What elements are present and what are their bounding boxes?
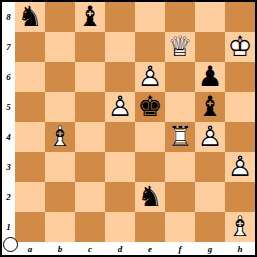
square-g1[interactable] <box>195 212 225 242</box>
square-g5[interactable]: ♝ <box>195 92 225 122</box>
piece-white-pawn[interactable]: ♟♙ <box>225 152 255 182</box>
square-e2[interactable]: ♞ <box>135 182 165 212</box>
file-label-b: b <box>45 242 75 255</box>
square-c5[interactable] <box>75 92 105 122</box>
rank-labels: 87654321 <box>2 2 15 242</box>
piece-black-knight[interactable]: ♞ <box>135 182 165 212</box>
piece-black-knight[interactable]: ♞ <box>15 2 45 32</box>
square-d7[interactable] <box>105 32 135 62</box>
square-f3[interactable] <box>165 152 195 182</box>
piece-white-king[interactable]: ♚♔ <box>225 32 255 62</box>
square-e5[interactable]: ♚ <box>135 92 165 122</box>
diagram-layout: 87654321 ♞♝♛♕♚♔♟♙♟♟♙♚♝♝♗♜♖♟♙♟♙♞♝♗ abcdef… <box>2 2 255 255</box>
piece-white-pawn[interactable]: ♟♙ <box>105 92 135 122</box>
square-f7[interactable]: ♛♕ <box>165 32 195 62</box>
square-h5[interactable] <box>225 92 255 122</box>
square-a8[interactable]: ♞ <box>15 2 45 32</box>
square-a3[interactable] <box>15 152 45 182</box>
file-label-a: a <box>15 242 45 255</box>
square-a5[interactable] <box>15 92 45 122</box>
square-a4[interactable] <box>15 122 45 152</box>
piece-black-king[interactable]: ♚ <box>135 92 165 122</box>
square-a1[interactable] <box>15 212 45 242</box>
square-d2[interactable] <box>105 182 135 212</box>
chess-diagram: 87654321 ♞♝♛♕♚♔♟♙♟♟♙♚♝♝♗♜♖♟♙♟♙♞♝♗ abcdef… <box>0 0 257 257</box>
piece-white-pawn[interactable]: ♟♙ <box>135 62 165 92</box>
square-b3[interactable] <box>45 152 75 182</box>
square-h6[interactable] <box>225 62 255 92</box>
square-g6[interactable]: ♟ <box>195 62 225 92</box>
file-label-d: d <box>105 242 135 255</box>
piece-white-pawn[interactable]: ♟♙ <box>195 122 225 152</box>
rank-label-7: 7 <box>2 32 15 62</box>
rank-label-2: 2 <box>2 182 15 212</box>
square-h2[interactable] <box>225 182 255 212</box>
square-h1[interactable]: ♝♗ <box>225 212 255 242</box>
piece-black-bishop[interactable]: ♝ <box>75 2 105 32</box>
square-e4[interactable] <box>135 122 165 152</box>
file-label-f: f <box>165 242 195 255</box>
piece-black-pawn[interactable]: ♟ <box>195 62 225 92</box>
square-b5[interactable] <box>45 92 75 122</box>
square-f2[interactable] <box>165 182 195 212</box>
square-e3[interactable] <box>135 152 165 182</box>
square-b7[interactable] <box>45 32 75 62</box>
square-f1[interactable] <box>165 212 195 242</box>
rank-label-4: 4 <box>2 122 15 152</box>
white-to-move-circle-icon <box>3 237 18 252</box>
square-b2[interactable] <box>45 182 75 212</box>
square-f6[interactable] <box>165 62 195 92</box>
square-g7[interactable] <box>195 32 225 62</box>
square-d5[interactable]: ♟♙ <box>105 92 135 122</box>
square-b4[interactable]: ♝♗ <box>45 122 75 152</box>
square-c1[interactable] <box>75 212 105 242</box>
square-g4[interactable]: ♟♙ <box>195 122 225 152</box>
square-c2[interactable] <box>75 182 105 212</box>
square-d6[interactable] <box>105 62 135 92</box>
piece-white-bishop[interactable]: ♝♗ <box>225 212 255 242</box>
square-c3[interactable] <box>75 152 105 182</box>
square-d3[interactable] <box>105 152 135 182</box>
square-h7[interactable]: ♚♔ <box>225 32 255 62</box>
square-a6[interactable] <box>15 62 45 92</box>
piece-white-rook[interactable]: ♜♖ <box>165 122 195 152</box>
square-e7[interactable] <box>135 32 165 62</box>
square-d8[interactable] <box>105 2 135 32</box>
square-f8[interactable] <box>165 2 195 32</box>
square-g3[interactable] <box>195 152 225 182</box>
file-label-h: h <box>225 242 255 255</box>
file-labels: abcdefgh <box>15 242 255 255</box>
board: ♞♝♛♕♚♔♟♙♟♟♙♚♝♝♗♜♖♟♙♟♙♞♝♗ <box>15 2 255 242</box>
piece-white-bishop[interactable]: ♝♗ <box>45 122 75 152</box>
square-d4[interactable] <box>105 122 135 152</box>
file-label-g: g <box>195 242 225 255</box>
piece-white-queen[interactable]: ♛♕ <box>165 32 195 62</box>
piece-black-bishop[interactable]: ♝ <box>195 92 225 122</box>
rank-label-3: 3 <box>2 152 15 182</box>
square-b6[interactable] <box>45 62 75 92</box>
square-c4[interactable] <box>75 122 105 152</box>
square-e6[interactable]: ♟♙ <box>135 62 165 92</box>
square-h4[interactable] <box>225 122 255 152</box>
square-h8[interactable] <box>225 2 255 32</box>
square-c8[interactable]: ♝ <box>75 2 105 32</box>
square-a2[interactable] <box>15 182 45 212</box>
square-b1[interactable] <box>45 212 75 242</box>
square-f5[interactable] <box>165 92 195 122</box>
rank-label-8: 8 <box>2 2 15 32</box>
square-h3[interactable]: ♟♙ <box>225 152 255 182</box>
square-a7[interactable] <box>15 32 45 62</box>
square-d1[interactable] <box>105 212 135 242</box>
square-b8[interactable] <box>45 2 75 32</box>
rank-label-6: 6 <box>2 62 15 92</box>
rank-label-5: 5 <box>2 92 15 122</box>
file-label-e: e <box>135 242 165 255</box>
square-f4[interactable]: ♜♖ <box>165 122 195 152</box>
square-e1[interactable] <box>135 212 165 242</box>
square-g8[interactable] <box>195 2 225 32</box>
square-c6[interactable] <box>75 62 105 92</box>
file-label-c: c <box>75 242 105 255</box>
square-e8[interactable] <box>135 2 165 32</box>
square-g2[interactable] <box>195 182 225 212</box>
square-c7[interactable] <box>75 32 105 62</box>
